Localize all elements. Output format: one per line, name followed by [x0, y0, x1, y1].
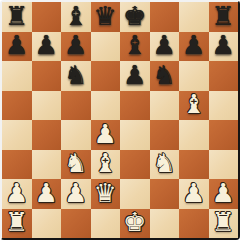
- square-d3[interactable]: ♝: [91, 150, 121, 180]
- piece-white-bishop-g5[interactable]: ♝: [182, 91, 205, 117]
- square-c8[interactable]: ♝: [61, 2, 91, 32]
- piece-black-pawn-c7[interactable]: ♟: [64, 32, 87, 58]
- piece-black-pawn-e6[interactable]: ♟: [123, 62, 146, 88]
- square-d6[interactable]: [91, 61, 121, 91]
- square-e3[interactable]: [120, 150, 150, 180]
- piece-white-pawn-d4[interactable]: ♟: [94, 121, 117, 147]
- square-a4[interactable]: [2, 120, 32, 150]
- square-h7[interactable]: ♟: [209, 32, 239, 62]
- square-a6[interactable]: [2, 61, 32, 91]
- square-f5[interactable]: [150, 91, 180, 121]
- square-f4[interactable]: [150, 120, 180, 150]
- piece-black-knight-c6[interactable]: ♞: [64, 62, 87, 88]
- square-f2[interactable]: [150, 179, 180, 209]
- square-f7[interactable]: ♟: [150, 32, 180, 62]
- square-e5[interactable]: [120, 91, 150, 121]
- square-a3[interactable]: [2, 150, 32, 180]
- square-e1[interactable]: ♚: [120, 209, 150, 239]
- piece-white-pawn-c2[interactable]: ♟: [64, 180, 87, 206]
- square-d8[interactable]: ♛: [91, 2, 121, 32]
- square-c3[interactable]: ♞: [61, 150, 91, 180]
- square-a2[interactable]: ♟: [2, 179, 32, 209]
- square-d5[interactable]: [91, 91, 121, 121]
- square-c6[interactable]: ♞: [61, 61, 91, 91]
- piece-black-queen-d8[interactable]: ♛: [94, 3, 117, 29]
- piece-white-knight-c3[interactable]: ♞: [64, 150, 87, 176]
- piece-white-rook-a1[interactable]: ♜: [5, 209, 28, 235]
- piece-white-king-e1[interactable]: ♚: [123, 209, 146, 235]
- square-e6[interactable]: ♟: [120, 61, 150, 91]
- piece-black-pawn-a7[interactable]: ♟: [5, 32, 28, 58]
- piece-white-pawn-b2[interactable]: ♟: [35, 180, 58, 206]
- square-h8[interactable]: ♜: [209, 2, 239, 32]
- square-e8[interactable]: ♚: [120, 2, 150, 32]
- square-b5[interactable]: [32, 91, 62, 121]
- square-b1[interactable]: [32, 209, 62, 239]
- square-c5[interactable]: [61, 91, 91, 121]
- square-b6[interactable]: [32, 61, 62, 91]
- square-f6[interactable]: ♞: [150, 61, 180, 91]
- square-h1[interactable]: ♜: [209, 209, 239, 239]
- square-e7[interactable]: ♝: [120, 32, 150, 62]
- piece-black-king-e8[interactable]: ♚: [123, 3, 146, 29]
- square-b4[interactable]: [32, 120, 62, 150]
- square-g4[interactable]: [179, 120, 209, 150]
- piece-black-pawn-h7[interactable]: ♟: [212, 32, 235, 58]
- square-h4[interactable]: [209, 120, 239, 150]
- square-d4[interactable]: ♟: [91, 120, 121, 150]
- piece-white-bishop-d3[interactable]: ♝: [94, 150, 117, 176]
- square-g5[interactable]: ♝: [179, 91, 209, 121]
- square-f3[interactable]: ♞: [150, 150, 180, 180]
- square-g6[interactable]: [179, 61, 209, 91]
- piece-white-pawn-g2[interactable]: ♟: [182, 180, 205, 206]
- square-d7[interactable]: [91, 32, 121, 62]
- square-g3[interactable]: [179, 150, 209, 180]
- square-g7[interactable]: ♟: [179, 32, 209, 62]
- piece-white-rook-h1[interactable]: ♜: [212, 209, 235, 235]
- square-a5[interactable]: [2, 91, 32, 121]
- square-h2[interactable]: ♟: [209, 179, 239, 209]
- square-e4[interactable]: [120, 120, 150, 150]
- square-g2[interactable]: ♟: [179, 179, 209, 209]
- square-b2[interactable]: ♟: [32, 179, 62, 209]
- square-g1[interactable]: [179, 209, 209, 239]
- chess-board-frame: ♜♝♛♚♜♟♟♟♝♟♟♟♞♟♞♝♟♞♝♞♟♟♟♛♟♟♜♚♜: [0, 0, 240, 240]
- square-b3[interactable]: [32, 150, 62, 180]
- square-a8[interactable]: ♜: [2, 2, 32, 32]
- piece-black-rook-a8[interactable]: ♜: [5, 3, 28, 29]
- piece-white-pawn-h2[interactable]: ♟: [212, 180, 235, 206]
- square-a7[interactable]: ♟: [2, 32, 32, 62]
- square-e2[interactable]: [120, 179, 150, 209]
- piece-black-pawn-g7[interactable]: ♟: [182, 32, 205, 58]
- square-c4[interactable]: [61, 120, 91, 150]
- square-c1[interactable]: [61, 209, 91, 239]
- square-f1[interactable]: [150, 209, 180, 239]
- piece-white-pawn-a2[interactable]: ♟: [5, 180, 28, 206]
- piece-black-bishop-c8[interactable]: ♝: [64, 3, 87, 29]
- square-d1[interactable]: [91, 209, 121, 239]
- piece-white-queen-d2[interactable]: ♛: [94, 180, 117, 206]
- square-h3[interactable]: [209, 150, 239, 180]
- square-b7[interactable]: ♟: [32, 32, 62, 62]
- square-g8[interactable]: [179, 2, 209, 32]
- square-a1[interactable]: ♜: [2, 209, 32, 239]
- square-b8[interactable]: [32, 2, 62, 32]
- piece-black-pawn-f7[interactable]: ♟: [153, 32, 176, 58]
- square-h5[interactable]: [209, 91, 239, 121]
- piece-black-knight-f6[interactable]: ♞: [153, 62, 176, 88]
- piece-white-knight-f3[interactable]: ♞: [153, 150, 176, 176]
- square-c7[interactable]: ♟: [61, 32, 91, 62]
- piece-black-rook-h8[interactable]: ♜: [212, 3, 235, 29]
- piece-black-bishop-e7[interactable]: ♝: [123, 32, 146, 58]
- chess-board: ♜♝♛♚♜♟♟♟♝♟♟♟♞♟♞♝♟♞♝♞♟♟♟♛♟♟♜♚♜: [2, 2, 238, 238]
- square-h6[interactable]: [209, 61, 239, 91]
- square-f8[interactable]: [150, 2, 180, 32]
- square-c2[interactable]: ♟: [61, 179, 91, 209]
- square-d2[interactable]: ♛: [91, 179, 121, 209]
- piece-black-pawn-b7[interactable]: ♟: [35, 32, 58, 58]
